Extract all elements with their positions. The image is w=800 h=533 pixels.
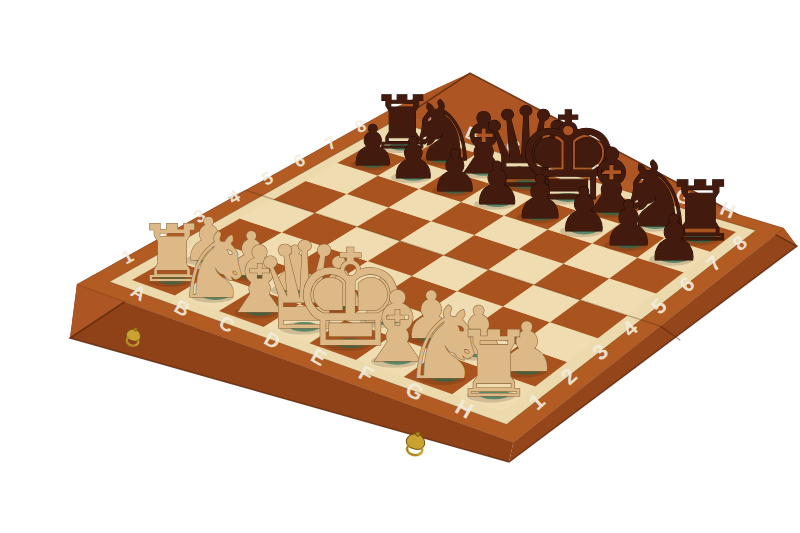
piece-black-pawn-h7[interactable]: ♟ [646,201,703,275]
piece-white-rook-h1[interactable]: ♜ [453,312,535,417]
board-svg: AABBCCDDEEFFGGHH1122334455667788♜♞♟♝♟♛♟♚… [40,16,800,533]
piece-glyph: ♜ [453,312,535,417]
chess-set-photo: AABBCCDDEEFFGGHH1122334455667788♜♞♟♝♟♛♟♚… [40,16,800,533]
piece-glyph: ♟ [646,201,703,275]
